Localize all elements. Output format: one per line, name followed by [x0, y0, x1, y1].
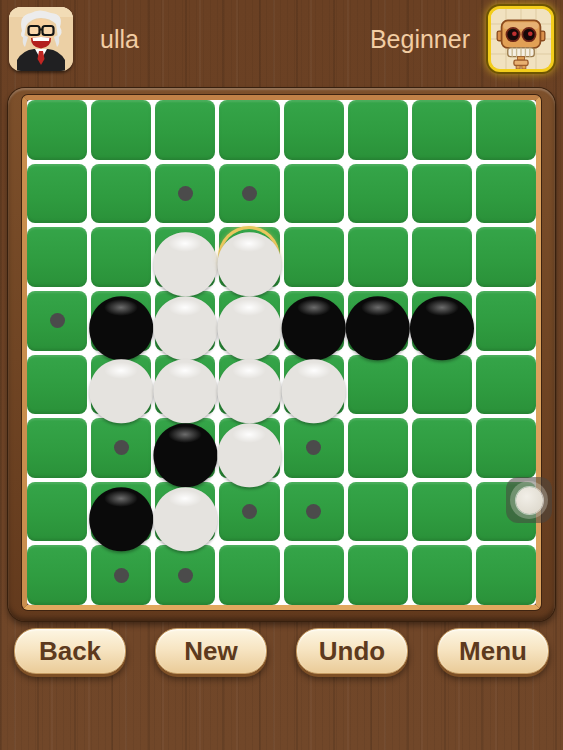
player-name: ulla [100, 25, 139, 54]
board-frame: ●●●●●●●●●●●●●●●● [8, 88, 555, 621]
othello-app-screen: ulla Beginner [0, 0, 563, 750]
othello-board: ●●●●●●●●●●●●●●●● [27, 100, 536, 605]
opponent-avatar[interactable] [488, 6, 554, 72]
assistive-touch-dot-icon [516, 487, 543, 514]
cell-e2[interactable] [284, 164, 344, 224]
cell-b5[interactable]: ● [91, 355, 151, 415]
white-disc: ● [286, 356, 342, 412]
legal-move-dot [178, 186, 193, 201]
cell-a2[interactable] [27, 164, 87, 224]
white-disc: ● [157, 484, 213, 540]
legal-move-dot [50, 313, 65, 328]
cell-h2[interactable] [476, 164, 536, 224]
button-row: Back New Undo Menu [0, 628, 563, 674]
legal-move-dot [242, 504, 257, 519]
menu-button[interactable]: Menu [437, 628, 549, 674]
undo-button[interactable]: Undo [296, 628, 408, 674]
cell-b1[interactable] [91, 100, 151, 160]
board-bevel: ●●●●●●●●●●●●●●●● [22, 95, 541, 610]
cell-a3[interactable] [27, 227, 87, 287]
cell-a5[interactable] [27, 355, 87, 415]
black-disc: ● [350, 293, 406, 349]
cell-g7[interactable] [412, 482, 472, 542]
white-disc: ● [93, 356, 149, 412]
cell-g1[interactable] [412, 100, 472, 160]
cell-a7[interactable] [27, 482, 87, 542]
cell-a6[interactable] [27, 418, 87, 478]
assistive-touch-button[interactable] [506, 477, 552, 523]
cell-e7[interactable] [284, 482, 344, 542]
cell-a1[interactable] [27, 100, 87, 160]
cell-d6[interactable]: ● [219, 418, 279, 478]
top-bar: ulla Beginner [0, 0, 563, 78]
cell-a4[interactable] [27, 291, 87, 351]
legal-move-dot [114, 440, 129, 455]
cell-c7[interactable]: ● [155, 482, 215, 542]
opponent-level: Beginner [370, 25, 470, 54]
cell-e5[interactable]: ● [284, 355, 344, 415]
player-avatar[interactable] [9, 7, 73, 71]
legal-move-dot [178, 568, 193, 583]
cell-a8[interactable] [27, 545, 87, 605]
legal-move-dot [242, 186, 257, 201]
cell-h4[interactable] [476, 291, 536, 351]
cell-f1[interactable] [348, 100, 408, 160]
cell-g4[interactable]: ● [412, 291, 472, 351]
legal-move-dot [306, 504, 321, 519]
cell-c1[interactable] [155, 100, 215, 160]
black-disc: ● [414, 293, 470, 349]
cell-f7[interactable] [348, 482, 408, 542]
cell-b2[interactable] [91, 164, 151, 224]
back-button[interactable]: Back [14, 628, 126, 674]
cell-f4[interactable]: ● [348, 291, 408, 351]
legal-move-dot [306, 440, 321, 455]
robot-avatar-icon [491, 9, 551, 69]
black-disc: ● [93, 484, 149, 540]
legal-move-dot [114, 568, 129, 583]
cell-d1[interactable] [219, 100, 279, 160]
cell-e1[interactable] [284, 100, 344, 160]
cell-g8[interactable] [412, 545, 472, 605]
cell-f8[interactable] [348, 545, 408, 605]
cell-e8[interactable] [284, 545, 344, 605]
cell-h5[interactable] [476, 355, 536, 415]
cell-g2[interactable] [412, 164, 472, 224]
cell-h3[interactable] [476, 227, 536, 287]
cell-f2[interactable] [348, 164, 408, 224]
cell-b7[interactable]: ● [91, 482, 151, 542]
new-button[interactable]: New [155, 628, 267, 674]
cell-h8[interactable] [476, 545, 536, 605]
cell-d8[interactable] [219, 545, 279, 605]
cell-h6[interactable] [476, 418, 536, 478]
cell-g6[interactable] [412, 418, 472, 478]
old-man-avatar-icon [9, 7, 73, 71]
cell-h1[interactable] [476, 100, 536, 160]
white-disc: ● [221, 420, 277, 476]
cell-f6[interactable] [348, 418, 408, 478]
assistive-touch-ring [510, 481, 548, 519]
